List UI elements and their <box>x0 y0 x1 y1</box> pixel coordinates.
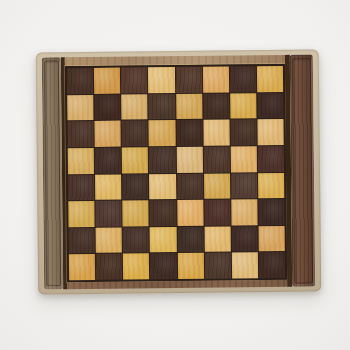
board-square <box>68 148 94 174</box>
checkerboard <box>65 64 287 282</box>
board-square <box>150 227 176 253</box>
board-square <box>257 93 283 119</box>
board-square <box>204 200 230 226</box>
board-square <box>203 93 229 119</box>
board-square <box>230 119 256 145</box>
board-square <box>122 147 148 173</box>
board-square <box>148 67 174 93</box>
board-square <box>121 67 147 93</box>
board-square <box>95 174 121 200</box>
board-square <box>123 227 149 253</box>
board-square <box>232 253 258 279</box>
board-square <box>122 121 148 147</box>
board-square <box>230 146 256 172</box>
left-rail <box>42 57 63 289</box>
game-board-tray <box>36 50 322 295</box>
board-square <box>203 66 229 92</box>
board-square <box>177 253 203 279</box>
board-square <box>176 120 202 146</box>
board-square <box>230 66 256 92</box>
board-square <box>68 174 94 200</box>
board-square <box>149 174 175 200</box>
right-rail <box>290 55 315 287</box>
photo-background <box>0 0 350 350</box>
board-square <box>68 201 94 227</box>
board-square <box>67 68 93 94</box>
board-square <box>95 121 121 147</box>
board-square <box>258 226 284 252</box>
board-square <box>150 253 176 279</box>
board-square <box>231 226 257 252</box>
board-panel <box>65 55 287 289</box>
bottom-margin-strip <box>67 280 287 289</box>
board-square <box>149 147 175 173</box>
board-square <box>177 200 203 226</box>
board-square <box>121 94 147 120</box>
board-square <box>230 93 256 119</box>
board-square <box>177 226 203 252</box>
board-square <box>204 173 230 199</box>
left-rail-groove <box>44 60 61 286</box>
board-square <box>69 254 95 280</box>
board-square <box>177 173 203 199</box>
board-square <box>96 254 122 280</box>
board-square <box>204 253 230 279</box>
board-square <box>95 147 121 173</box>
board-square <box>259 252 285 278</box>
board-square <box>67 121 93 147</box>
board-square <box>94 68 120 94</box>
board-square <box>69 228 95 254</box>
board-square <box>95 201 121 227</box>
board-square <box>149 120 175 146</box>
board-square <box>204 226 230 252</box>
board-square <box>203 146 229 172</box>
board-square <box>231 199 257 225</box>
board-square <box>257 66 283 92</box>
board-square <box>94 94 120 120</box>
board-square <box>203 120 229 146</box>
board-square <box>175 67 201 93</box>
board-square <box>123 200 149 226</box>
board-square <box>258 199 284 225</box>
board-square <box>176 147 202 173</box>
board-square <box>258 146 284 172</box>
board-square <box>96 227 122 253</box>
board-square <box>123 254 149 280</box>
right-rail-groove <box>292 58 313 284</box>
board-square <box>176 93 202 119</box>
board-square <box>150 200 176 226</box>
board-square <box>67 95 93 121</box>
board-square <box>149 94 175 120</box>
board-square <box>231 173 257 199</box>
board-square <box>122 174 148 200</box>
board-square <box>257 119 283 145</box>
board-square <box>258 172 284 198</box>
